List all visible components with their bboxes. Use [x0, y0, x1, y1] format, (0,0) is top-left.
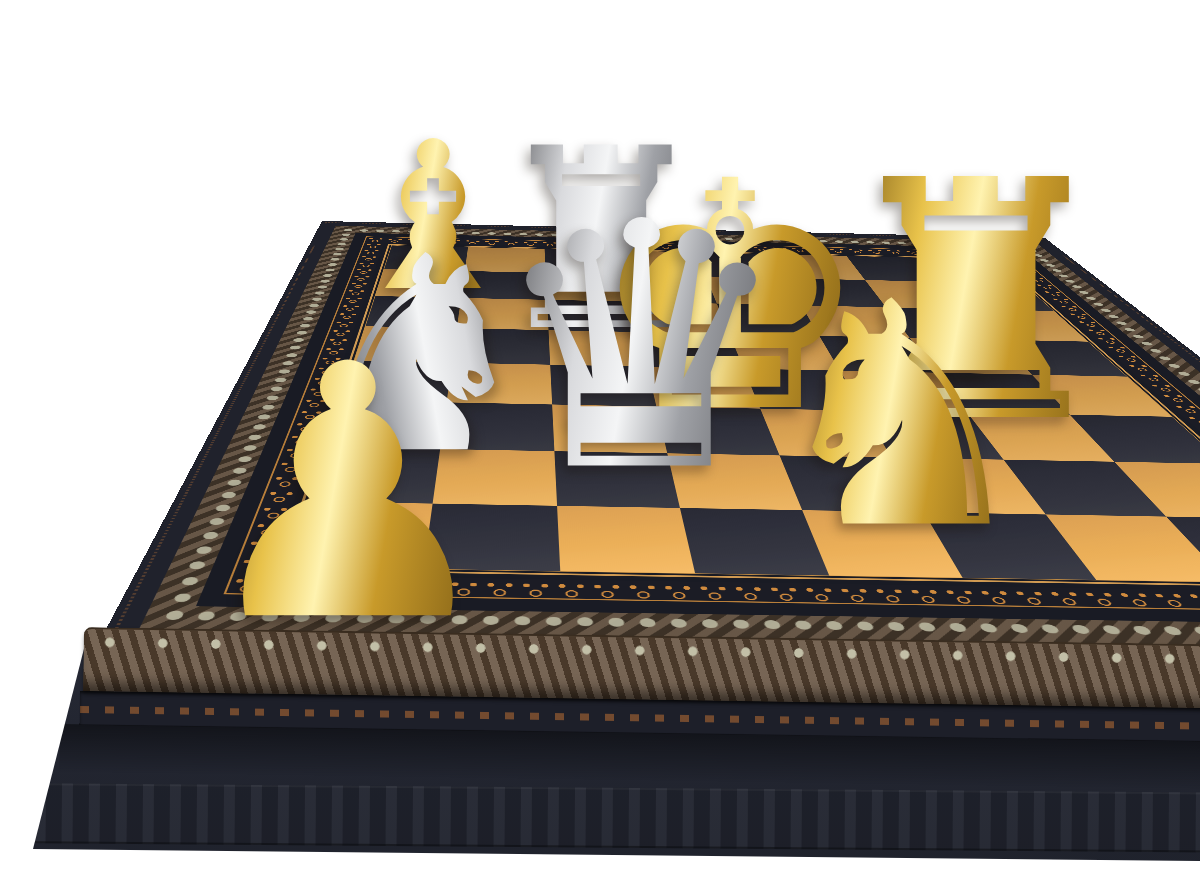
piece-silver-queen-c3[interactable]: ♛: [489, 177, 794, 517]
chess-case-photo: ♝♜♜♚♞♛♞♟: [0, 0, 1200, 875]
piece-gold-knight-f2[interactable]: ♞: [762, 262, 1040, 572]
piece-gold-pawn-a1[interactable]: ♟: [191, 319, 505, 669]
case-face-emboss-band: [8, 783, 1200, 853]
